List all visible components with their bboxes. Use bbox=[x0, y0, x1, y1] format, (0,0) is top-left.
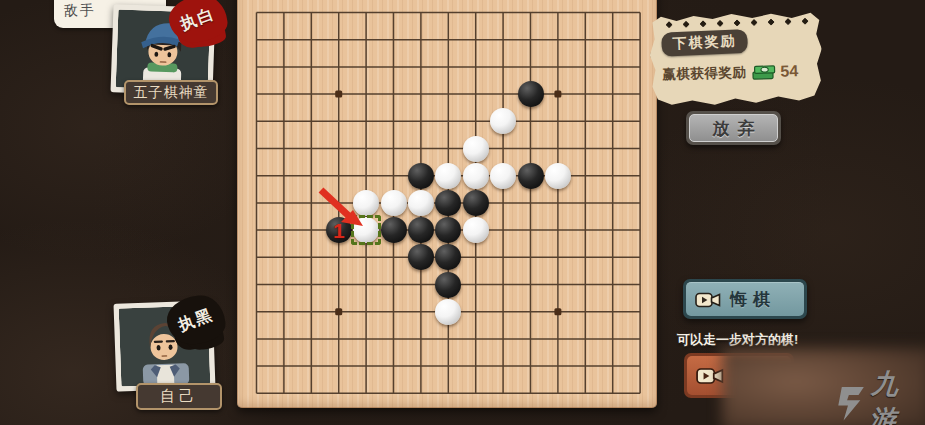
white-stone bbox=[463, 163, 489, 189]
white-stone bbox=[545, 163, 571, 189]
give-up-button[interactable]: 放弃 bbox=[686, 111, 781, 145]
white-stone bbox=[435, 163, 461, 189]
black-stone bbox=[435, 272, 461, 298]
black-stone bbox=[435, 190, 461, 216]
reward-title: 下棋奖励 bbox=[661, 29, 748, 57]
player-name: 自己 bbox=[136, 383, 222, 410]
white-stone bbox=[490, 163, 516, 189]
white-stone bbox=[463, 217, 489, 243]
reward-amount: 54 bbox=[780, 62, 798, 80]
nine-game-logo-icon bbox=[833, 379, 868, 425]
site-watermark: 九游 bbox=[833, 366, 925, 425]
black-stone bbox=[518, 163, 544, 189]
opponent-side-badge: 执白 bbox=[167, 0, 229, 45]
game-screen: 1 敌手 执白 五子棋神童 bbox=[0, 0, 925, 425]
watermark-text: 九游 bbox=[868, 366, 925, 425]
perforation-dots-icon bbox=[661, 16, 811, 30]
black-stone bbox=[408, 217, 434, 243]
undo-button[interactable]: 悔棋 bbox=[683, 279, 807, 319]
black-stone bbox=[408, 244, 434, 270]
gomoku-board[interactable]: 1 bbox=[237, 0, 657, 408]
black-stone bbox=[518, 81, 544, 107]
undo-tip: 可以走一步对方的棋! bbox=[677, 331, 837, 349]
black-stone bbox=[408, 163, 434, 189]
white-stone bbox=[435, 299, 461, 325]
white-stone bbox=[463, 136, 489, 162]
player-side-badge: 执黑 bbox=[165, 293, 228, 347]
black-stone bbox=[463, 190, 489, 216]
reward-desc: 赢棋获得奖励 bbox=[662, 64, 746, 84]
reward-panel: 下棋奖励 赢棋获得奖励 54 bbox=[649, 10, 823, 107]
money-icon bbox=[750, 61, 777, 84]
video-camera-icon bbox=[696, 365, 724, 387]
black-stone bbox=[381, 217, 407, 243]
video-camera-icon bbox=[695, 290, 721, 310]
white-stone bbox=[408, 190, 434, 216]
white-stone bbox=[381, 190, 407, 216]
opponent-name: 五子棋神童 bbox=[124, 80, 218, 105]
undo-label: 悔棋 bbox=[730, 288, 776, 311]
move-number-label: 1 bbox=[333, 219, 345, 243]
speech-bubble-text: 敌手 bbox=[64, 2, 96, 20]
